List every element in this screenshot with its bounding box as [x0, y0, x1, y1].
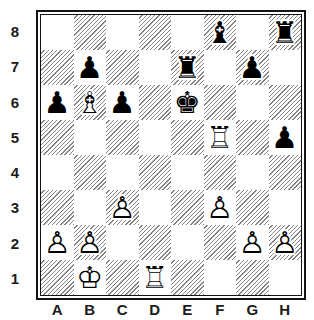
square-a7 — [41, 50, 74, 85]
square-h5: ♟ — [269, 120, 302, 155]
rank-labels: 87654321 — [0, 14, 30, 296]
square-b2: ♟♙ — [74, 225, 107, 260]
square-h2: ♟♙ — [269, 225, 302, 260]
white-pawn: ♟♙ — [269, 225, 302, 260]
rank-label-4: 4 — [0, 155, 30, 190]
black-bishop: ♝ — [204, 15, 237, 50]
square-f3: ♟♙ — [204, 190, 237, 225]
square-g7: ♟ — [236, 50, 269, 85]
square-b8 — [74, 15, 107, 50]
square-g8 — [236, 15, 269, 50]
black-rook: ♜ — [171, 50, 204, 85]
square-c6: ♟ — [106, 85, 139, 120]
square-g3 — [236, 190, 269, 225]
black-pawn: ♟ — [106, 85, 139, 120]
file-label-b: B — [74, 299, 107, 319]
square-c1 — [106, 260, 139, 295]
square-e5 — [171, 120, 204, 155]
square-c2 — [106, 225, 139, 260]
white-bishop: ♝♗ — [74, 85, 107, 120]
rank-label-6: 6 — [0, 85, 30, 120]
square-b3 — [74, 190, 107, 225]
square-f8: ♝ — [204, 15, 237, 50]
square-f2 — [204, 225, 237, 260]
square-g2: ♟♙ — [236, 225, 269, 260]
square-b1: ♚♔ — [74, 260, 107, 295]
white-king: ♚♔ — [74, 260, 107, 295]
white-pawn: ♟♙ — [236, 225, 269, 260]
black-pawn: ♟ — [236, 50, 269, 85]
file-label-f: F — [204, 299, 237, 319]
chess-diagram: 87654321 ♝♜♟♜♟♟♝♗♟♚♜♖♟♟♙♟♙♟♙♟♙♟♙♟♙♚♔♜♖ A… — [0, 0, 314, 320]
square-g5 — [236, 120, 269, 155]
square-b7: ♟ — [74, 50, 107, 85]
square-e8 — [171, 15, 204, 50]
white-rook: ♜♖ — [204, 120, 237, 155]
square-f5: ♜♖ — [204, 120, 237, 155]
square-b5 — [74, 120, 107, 155]
square-f1 — [204, 260, 237, 295]
square-a1 — [41, 260, 74, 295]
rank-label-5: 5 — [0, 120, 30, 155]
file-label-e: E — [171, 299, 204, 319]
square-a5 — [41, 120, 74, 155]
square-e4 — [171, 155, 204, 190]
square-f7 — [204, 50, 237, 85]
square-g6 — [236, 85, 269, 120]
black-rook: ♜ — [269, 15, 302, 50]
file-label-d: D — [139, 299, 172, 319]
square-c7 — [106, 50, 139, 85]
square-d4 — [139, 155, 172, 190]
square-h1 — [269, 260, 302, 295]
white-pawn: ♟♙ — [106, 190, 139, 225]
square-c4 — [106, 155, 139, 190]
rank-label-3: 3 — [0, 190, 30, 225]
square-c5 — [106, 120, 139, 155]
square-a4 — [41, 155, 74, 190]
square-e1 — [171, 260, 204, 295]
square-g1 — [236, 260, 269, 295]
black-pawn: ♟ — [41, 85, 74, 120]
square-h8: ♜ — [269, 15, 302, 50]
black-pawn: ♟ — [269, 120, 302, 155]
rank-label-8: 8 — [0, 14, 30, 49]
square-e3 — [171, 190, 204, 225]
white-pawn: ♟♙ — [74, 225, 107, 260]
square-a2: ♟♙ — [41, 225, 74, 260]
file-label-h: H — [269, 299, 302, 319]
white-pawn: ♟♙ — [204, 190, 237, 225]
square-a3 — [41, 190, 74, 225]
rank-label-1: 1 — [0, 261, 30, 296]
white-rook: ♜♖ — [139, 260, 172, 295]
chess-board: ♝♜♟♜♟♟♝♗♟♚♜♖♟♟♙♟♙♟♙♟♙♟♙♟♙♚♔♜♖ — [40, 14, 302, 296]
square-d2 — [139, 225, 172, 260]
square-c8 — [106, 15, 139, 50]
rank-label-2: 2 — [0, 226, 30, 261]
white-pawn: ♟♙ — [41, 225, 74, 260]
square-d6 — [139, 85, 172, 120]
square-e7: ♜ — [171, 50, 204, 85]
file-label-a: A — [41, 299, 74, 319]
black-pawn: ♟ — [74, 50, 107, 85]
square-f6 — [204, 85, 237, 120]
square-e6: ♚ — [171, 85, 204, 120]
rank-label-7: 7 — [0, 49, 30, 84]
square-a6: ♟ — [41, 85, 74, 120]
square-d8 — [139, 15, 172, 50]
square-h3 — [269, 190, 302, 225]
square-f4 — [204, 155, 237, 190]
square-b4 — [74, 155, 107, 190]
square-d3 — [139, 190, 172, 225]
black-king: ♚ — [171, 85, 204, 120]
square-a8 — [41, 15, 74, 50]
square-h7 — [269, 50, 302, 85]
file-label-g: G — [236, 299, 269, 319]
file-labels: ABCDEFGH — [41, 299, 301, 319]
square-e2 — [171, 225, 204, 260]
square-h4 — [269, 155, 302, 190]
square-c3: ♟♙ — [106, 190, 139, 225]
square-h6 — [269, 85, 302, 120]
square-g4 — [236, 155, 269, 190]
square-d7 — [139, 50, 172, 85]
square-b6: ♝♗ — [74, 85, 107, 120]
square-d5 — [139, 120, 172, 155]
file-label-c: C — [106, 299, 139, 319]
square-d1: ♜♖ — [139, 260, 172, 295]
